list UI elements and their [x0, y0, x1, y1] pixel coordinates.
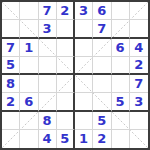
cell-r8c3[interactable]: 4	[39, 130, 57, 148]
cell-r3c4[interactable]	[57, 39, 75, 57]
cell-r5c3[interactable]	[39, 75, 57, 93]
cell-r6c5[interactable]	[75, 93, 93, 111]
cell-r3c5[interactable]	[75, 39, 93, 57]
cell-r5c2[interactable]	[20, 75, 38, 93]
given-digit: 3	[79, 4, 88, 17]
given-digit: 2	[97, 132, 106, 145]
cell-r6c6[interactable]	[93, 93, 111, 111]
cell-r5c4[interactable]	[57, 75, 75, 93]
cell-r2c3[interactable]: 3	[39, 20, 57, 38]
cell-r6c1[interactable]: 2	[2, 93, 20, 111]
cell-r7c6[interactable]: 5	[93, 112, 111, 130]
cell-r2c4[interactable]	[57, 20, 75, 38]
cell-r7c8[interactable]	[130, 112, 148, 130]
cell-r3c8[interactable]: 4	[130, 39, 148, 57]
cell-r8c1[interactable]	[2, 130, 20, 148]
cell-r7c3[interactable]: 8	[39, 112, 57, 130]
cell-r5c7[interactable]	[112, 75, 130, 93]
cell-r2c1[interactable]	[2, 20, 20, 38]
cell-r3c7[interactable]: 6	[112, 39, 130, 57]
cell-r6c4[interactable]	[57, 93, 75, 111]
cell-r8c7[interactable]	[112, 130, 130, 148]
cell-r2c2[interactable]	[20, 20, 38, 38]
cell-r1c1[interactable]	[2, 2, 20, 20]
cell-r6c2[interactable]: 6	[20, 93, 38, 111]
cell-r8c6[interactable]: 2	[93, 130, 111, 148]
cell-r1c2[interactable]	[20, 2, 38, 20]
cell-r4c3[interactable]	[39, 57, 57, 75]
given-digit: 5	[60, 132, 69, 145]
given-digit: 6	[97, 4, 106, 17]
cell-r4c6[interactable]	[93, 57, 111, 75]
cell-r4c7[interactable]	[112, 57, 130, 75]
cell-r1c5[interactable]: 3	[75, 2, 93, 20]
given-digit: 4	[134, 41, 143, 54]
cell-r1c7[interactable]	[112, 2, 130, 20]
cell-r5c8[interactable]: 7	[130, 75, 148, 93]
cell-r4c2[interactable]	[20, 57, 38, 75]
given-digit: 7	[97, 22, 106, 35]
cell-r7c2[interactable]	[20, 112, 38, 130]
cell-r4c8[interactable]: 2	[130, 57, 148, 75]
cell-r4c1[interactable]: 5	[2, 57, 20, 75]
cell-r2c7[interactable]	[112, 20, 130, 38]
given-digit: 7	[6, 41, 15, 54]
cell-r1c6[interactable]: 6	[93, 2, 111, 20]
cell-r4c4[interactable]	[57, 57, 75, 75]
cell-r7c1[interactable]	[2, 112, 20, 130]
cell-r8c8[interactable]	[130, 130, 148, 148]
cell-r4c5[interactable]	[75, 57, 93, 75]
cell-r1c3[interactable]: 7	[39, 2, 57, 20]
sudoku-board: 723637716452872653854512	[0, 0, 150, 150]
cell-r5c6[interactable]	[93, 75, 111, 93]
cell-r8c5[interactable]: 1	[75, 130, 93, 148]
given-digit: 3	[134, 95, 143, 108]
cell-r1c8[interactable]	[130, 2, 148, 20]
cell-r1c4[interactable]: 2	[57, 2, 75, 20]
given-digit: 6	[116, 41, 125, 54]
given-digit: 8	[6, 77, 15, 90]
cell-r7c5[interactable]	[75, 112, 93, 130]
given-digit: 5	[6, 58, 15, 71]
given-digit: 2	[6, 95, 15, 108]
cell-r6c8[interactable]: 3	[130, 93, 148, 111]
given-digit: 5	[116, 95, 125, 108]
cell-r7c4[interactable]	[57, 112, 75, 130]
given-digit: 2	[60, 4, 69, 17]
given-digit: 6	[24, 95, 33, 108]
cell-r6c7[interactable]: 5	[112, 93, 130, 111]
cell-r5c5[interactable]	[75, 75, 93, 93]
given-digit: 3	[43, 22, 52, 35]
cell-r2c8[interactable]	[130, 20, 148, 38]
cell-r8c4[interactable]: 5	[57, 130, 75, 148]
given-digit: 5	[97, 114, 106, 127]
cell-r2c6[interactable]: 7	[93, 20, 111, 38]
cell-r6c3[interactable]	[39, 93, 57, 111]
given-digit: 7	[134, 77, 143, 90]
cell-r7c7[interactable]	[112, 112, 130, 130]
given-digit: 1	[24, 41, 33, 54]
given-digit: 7	[43, 4, 52, 17]
given-digit: 1	[79, 132, 88, 145]
cell-r3c2[interactable]: 1	[20, 39, 38, 57]
cell-r5c1[interactable]: 8	[2, 75, 20, 93]
cell-r3c1[interactable]: 7	[2, 39, 20, 57]
cell-r8c2[interactable]	[20, 130, 38, 148]
cell-r3c6[interactable]	[93, 39, 111, 57]
given-digit: 8	[43, 114, 52, 127]
given-digit: 2	[134, 58, 143, 71]
cell-r2c5[interactable]	[75, 20, 93, 38]
cell-r3c3[interactable]	[39, 39, 57, 57]
given-digit: 4	[43, 132, 52, 145]
